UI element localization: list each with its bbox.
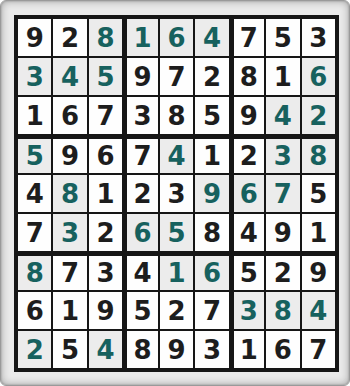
sudoku-cell-r2c4[interactable]: 9 <box>124 58 157 95</box>
sudoku-cell-r1c9[interactable]: 3 <box>302 19 335 56</box>
sudoku-cell-r6c8[interactable]: 9 <box>266 214 299 251</box>
sudoku-cell-r1c5[interactable]: 6 <box>160 19 193 56</box>
sudoku-cell-r3c4[interactable]: 3 <box>124 97 157 134</box>
sudoku-cell-r7c9[interactable]: 9 <box>302 253 335 290</box>
sudoku-cell-r3c1[interactable]: 1 <box>18 97 51 134</box>
sudoku-cell-r4c3[interactable]: 6 <box>89 136 122 173</box>
sudoku-board: 9281647533459728161673859425967412384812… <box>14 15 339 372</box>
sudoku-cell-r3c3[interactable]: 7 <box>89 97 122 134</box>
sudoku-cell-r4c6[interactable]: 1 <box>195 136 228 173</box>
sudoku-cell-r2c3[interactable]: 5 <box>89 58 122 95</box>
sudoku-cell-r3c8[interactable]: 4 <box>266 97 299 134</box>
sudoku-cell-r7c1[interactable]: 8 <box>18 253 51 290</box>
sudoku-cell-r5c3[interactable]: 1 <box>89 175 122 212</box>
sudoku-cell-r4c1[interactable]: 5 <box>18 136 51 173</box>
sudoku-cell-r9c7[interactable]: 1 <box>231 331 264 368</box>
sudoku-cell-r5c7[interactable]: 6 <box>231 175 264 212</box>
sudoku-cell-r6c3[interactable]: 2 <box>89 214 122 251</box>
sudoku-cell-r2c2[interactable]: 4 <box>53 58 86 95</box>
sudoku-cell-r7c7[interactable]: 5 <box>231 253 264 290</box>
sudoku-cell-r5c5[interactable]: 3 <box>160 175 193 212</box>
sudoku-cell-r9c8[interactable]: 6 <box>266 331 299 368</box>
sudoku-cell-r4c7[interactable]: 2 <box>231 136 264 173</box>
sudoku-cell-r9c5[interactable]: 9 <box>160 331 193 368</box>
sudoku-cell-r7c8[interactable]: 2 <box>266 253 299 290</box>
sudoku-cell-r6c9[interactable]: 1 <box>302 214 335 251</box>
sudoku-cell-r9c1[interactable]: 2 <box>18 331 51 368</box>
sudoku-cell-r8c2[interactable]: 1 <box>53 292 86 329</box>
sudoku-cell-r7c5[interactable]: 1 <box>160 253 193 290</box>
sudoku-cell-r2c9[interactable]: 6 <box>302 58 335 95</box>
sudoku-cell-r7c6[interactable]: 6 <box>195 253 228 290</box>
sudoku-cell-r5c4[interactable]: 2 <box>124 175 157 212</box>
sudoku-cell-r3c2[interactable]: 6 <box>53 97 86 134</box>
sudoku-cell-r2c8[interactable]: 1 <box>266 58 299 95</box>
sudoku-cell-r4c8[interactable]: 3 <box>266 136 299 173</box>
sudoku-cell-r7c2[interactable]: 7 <box>53 253 86 290</box>
sudoku-cell-r7c3[interactable]: 3 <box>89 253 122 290</box>
sudoku-cell-r8c3[interactable]: 9 <box>89 292 122 329</box>
sudoku-cell-r9c9[interactable]: 7 <box>302 331 335 368</box>
sudoku-cell-r1c2[interactable]: 2 <box>53 19 86 56</box>
sudoku-cell-r8c4[interactable]: 5 <box>124 292 157 329</box>
sudoku-cell-r2c6[interactable]: 2 <box>195 58 228 95</box>
sudoku-cell-r1c7[interactable]: 7 <box>231 19 264 56</box>
sudoku-cell-r4c5[interactable]: 4 <box>160 136 193 173</box>
sudoku-cell-r6c2[interactable]: 3 <box>53 214 86 251</box>
sudoku-cell-r1c8[interactable]: 5 <box>266 19 299 56</box>
sudoku-cell-r5c6[interactable]: 9 <box>195 175 228 212</box>
sudoku-cell-r4c9[interactable]: 8 <box>302 136 335 173</box>
sudoku-cell-r8c1[interactable]: 6 <box>18 292 51 329</box>
sudoku-cell-r4c4[interactable]: 7 <box>124 136 157 173</box>
sudoku-cell-r3c5[interactable]: 8 <box>160 97 193 134</box>
sudoku-panel: 9281647533459728161673859425967412384812… <box>0 0 350 386</box>
sudoku-cell-r8c6[interactable]: 7 <box>195 292 228 329</box>
sudoku-cell-r2c1[interactable]: 3 <box>18 58 51 95</box>
sudoku-cell-r6c1[interactable]: 7 <box>18 214 51 251</box>
sudoku-cell-r1c3[interactable]: 8 <box>89 19 122 56</box>
sudoku-cell-r1c1[interactable]: 9 <box>18 19 51 56</box>
sudoku-cell-r1c6[interactable]: 4 <box>195 19 228 56</box>
sudoku-cell-r5c1[interactable]: 4 <box>18 175 51 212</box>
sudoku-cell-r6c6[interactable]: 8 <box>195 214 228 251</box>
sudoku-cell-r1c4[interactable]: 1 <box>124 19 157 56</box>
sudoku-cell-r9c3[interactable]: 4 <box>89 331 122 368</box>
sudoku-cell-r2c7[interactable]: 8 <box>231 58 264 95</box>
sudoku-cell-r9c4[interactable]: 8 <box>124 331 157 368</box>
sudoku-cell-r7c4[interactable]: 4 <box>124 253 157 290</box>
sudoku-cell-r5c9[interactable]: 5 <box>302 175 335 212</box>
sudoku-cell-r8c9[interactable]: 4 <box>302 292 335 329</box>
sudoku-cell-r8c7[interactable]: 3 <box>231 292 264 329</box>
sudoku-cell-r6c7[interactable]: 4 <box>231 214 264 251</box>
sudoku-cell-r8c8[interactable]: 8 <box>266 292 299 329</box>
sudoku-cell-r8c5[interactable]: 2 <box>160 292 193 329</box>
sudoku-cell-r2c5[interactable]: 7 <box>160 58 193 95</box>
sudoku-cell-r5c2[interactable]: 8 <box>53 175 86 212</box>
sudoku-cell-r6c5[interactable]: 5 <box>160 214 193 251</box>
sudoku-cell-r9c2[interactable]: 5 <box>53 331 86 368</box>
sudoku-cell-r3c9[interactable]: 2 <box>302 97 335 134</box>
sudoku-cell-r3c6[interactable]: 5 <box>195 97 228 134</box>
sudoku-cell-r3c7[interactable]: 9 <box>231 97 264 134</box>
sudoku-cell-r9c6[interactable]: 3 <box>195 331 228 368</box>
sudoku-cell-r6c4[interactable]: 6 <box>124 214 157 251</box>
sudoku-cell-r4c2[interactable]: 9 <box>53 136 86 173</box>
sudoku-cell-r5c8[interactable]: 7 <box>266 175 299 212</box>
